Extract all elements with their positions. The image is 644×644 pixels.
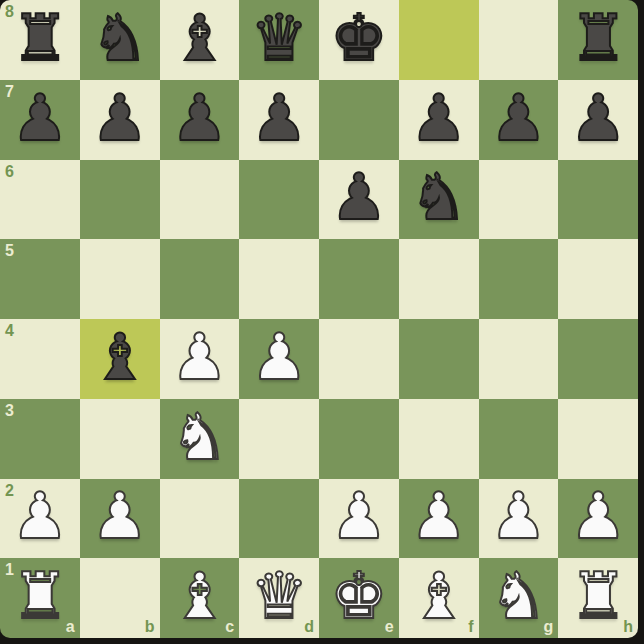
- square-b6[interactable]: [80, 160, 160, 240]
- square-h5[interactable]: [558, 239, 638, 319]
- square-e5[interactable]: [319, 239, 399, 319]
- piece-white-pawn[interactable]: ♟: [11, 484, 68, 548]
- piece-white-knight[interactable]: ♞: [490, 564, 547, 628]
- piece-white-pawn[interactable]: ♟: [490, 484, 547, 548]
- square-h8[interactable]: ♜: [558, 0, 638, 80]
- piece-white-knight[interactable]: ♞: [171, 405, 228, 469]
- square-b5[interactable]: [80, 239, 160, 319]
- rank-label-3: 3: [5, 403, 14, 419]
- square-g6[interactable]: [479, 160, 559, 240]
- square-f5[interactable]: [399, 239, 479, 319]
- piece-white-bishop[interactable]: ♝: [171, 564, 228, 628]
- file-label-f: f: [468, 619, 473, 635]
- square-d3[interactable]: [239, 399, 319, 479]
- chess-board: 8♜♞♝♛♚♜7♟♟♟♟♟♟♟6♟♞54♝♟♟3♞2♟♟♟♟♟♟1a♜bc♝d♛…: [0, 0, 638, 638]
- square-f2[interactable]: ♟: [399, 479, 479, 559]
- square-e8[interactable]: ♚: [319, 0, 399, 80]
- square-g8[interactable]: [479, 0, 559, 80]
- square-b7[interactable]: ♟: [80, 80, 160, 160]
- square-g4[interactable]: [479, 319, 559, 399]
- square-c1[interactable]: c♝: [160, 558, 240, 638]
- piece-white-king[interactable]: ♚: [330, 564, 387, 628]
- piece-black-pawn[interactable]: ♟: [490, 86, 547, 150]
- square-c4[interactable]: ♟: [160, 319, 240, 399]
- square-d5[interactable]: [239, 239, 319, 319]
- piece-black-king[interactable]: ♚: [330, 6, 387, 70]
- square-e2[interactable]: ♟: [319, 479, 399, 559]
- piece-black-pawn[interactable]: ♟: [569, 86, 626, 150]
- square-f4[interactable]: [399, 319, 479, 399]
- piece-black-bishop[interactable]: ♝: [171, 6, 228, 70]
- piece-black-rook[interactable]: ♜: [11, 6, 68, 70]
- square-f6[interactable]: ♞: [399, 160, 479, 240]
- square-e7[interactable]: [319, 80, 399, 160]
- square-g3[interactable]: [479, 399, 559, 479]
- square-b2[interactable]: ♟: [80, 479, 160, 559]
- piece-white-pawn[interactable]: ♟: [330, 484, 387, 548]
- square-g2[interactable]: ♟: [479, 479, 559, 559]
- square-a1[interactable]: 1a♜: [0, 558, 80, 638]
- square-f1[interactable]: f♝: [399, 558, 479, 638]
- square-g5[interactable]: [479, 239, 559, 319]
- piece-white-queen[interactable]: ♛: [250, 564, 307, 628]
- square-a5[interactable]: 5: [0, 239, 80, 319]
- square-e6[interactable]: ♟: [319, 160, 399, 240]
- piece-black-pawn[interactable]: ♟: [171, 86, 228, 150]
- square-d8[interactable]: ♛: [239, 0, 319, 80]
- square-d6[interactable]: [239, 160, 319, 240]
- file-label-b: b: [145, 619, 155, 635]
- square-f3[interactable]: [399, 399, 479, 479]
- piece-black-pawn[interactable]: ♟: [330, 165, 387, 229]
- square-c8[interactable]: ♝: [160, 0, 240, 80]
- square-c5[interactable]: [160, 239, 240, 319]
- square-a6[interactable]: 6: [0, 160, 80, 240]
- piece-black-bishop[interactable]: ♝: [91, 325, 148, 389]
- piece-black-knight[interactable]: ♞: [410, 165, 467, 229]
- square-d4[interactable]: ♟: [239, 319, 319, 399]
- square-e4[interactable]: [319, 319, 399, 399]
- piece-black-knight[interactable]: ♞: [91, 6, 148, 70]
- square-b4[interactable]: ♝: [80, 319, 160, 399]
- square-e3[interactable]: [319, 399, 399, 479]
- square-c7[interactable]: ♟: [160, 80, 240, 160]
- square-a2[interactable]: 2♟: [0, 479, 80, 559]
- piece-white-rook[interactable]: ♜: [11, 564, 68, 628]
- piece-black-pawn[interactable]: ♟: [11, 86, 68, 150]
- rank-label-4: 4: [5, 323, 14, 339]
- square-a4[interactable]: 4: [0, 319, 80, 399]
- square-c6[interactable]: [160, 160, 240, 240]
- square-h1[interactable]: h♜: [558, 558, 638, 638]
- square-a7[interactable]: 7♟: [0, 80, 80, 160]
- square-f8[interactable]: [399, 0, 479, 80]
- rank-label-5: 5: [5, 243, 14, 259]
- piece-black-queen[interactable]: ♛: [250, 6, 307, 70]
- square-h6[interactable]: [558, 160, 638, 240]
- square-g7[interactable]: ♟: [479, 80, 559, 160]
- square-g1[interactable]: g♞: [479, 558, 559, 638]
- square-b8[interactable]: ♞: [80, 0, 160, 80]
- square-h7[interactable]: ♟: [558, 80, 638, 160]
- square-h4[interactable]: [558, 319, 638, 399]
- square-h2[interactable]: ♟: [558, 479, 638, 559]
- square-b1[interactable]: b: [80, 558, 160, 638]
- square-e1[interactable]: e♚: [319, 558, 399, 638]
- square-b3[interactable]: [80, 399, 160, 479]
- piece-white-rook[interactable]: ♜: [569, 564, 626, 628]
- square-c2[interactable]: [160, 479, 240, 559]
- piece-white-pawn[interactable]: ♟: [250, 325, 307, 389]
- piece-white-pawn[interactable]: ♟: [171, 325, 228, 389]
- piece-black-rook[interactable]: ♜: [569, 6, 626, 70]
- piece-white-bishop[interactable]: ♝: [410, 564, 467, 628]
- square-h3[interactable]: [558, 399, 638, 479]
- square-f7[interactable]: ♟: [399, 80, 479, 160]
- piece-white-pawn[interactable]: ♟: [410, 484, 467, 548]
- square-a3[interactable]: 3: [0, 399, 80, 479]
- rank-label-6: 6: [5, 164, 14, 180]
- square-a8[interactable]: 8♜: [0, 0, 80, 80]
- piece-black-pawn[interactable]: ♟: [250, 86, 307, 150]
- piece-white-pawn[interactable]: ♟: [569, 484, 626, 548]
- piece-black-pawn[interactable]: ♟: [410, 86, 467, 150]
- piece-black-pawn[interactable]: ♟: [91, 86, 148, 150]
- square-c3[interactable]: ♞: [160, 399, 240, 479]
- square-d1[interactable]: d♛: [239, 558, 319, 638]
- square-d7[interactable]: ♟: [239, 80, 319, 160]
- piece-white-pawn[interactable]: ♟: [91, 484, 148, 548]
- square-d2[interactable]: [239, 479, 319, 559]
